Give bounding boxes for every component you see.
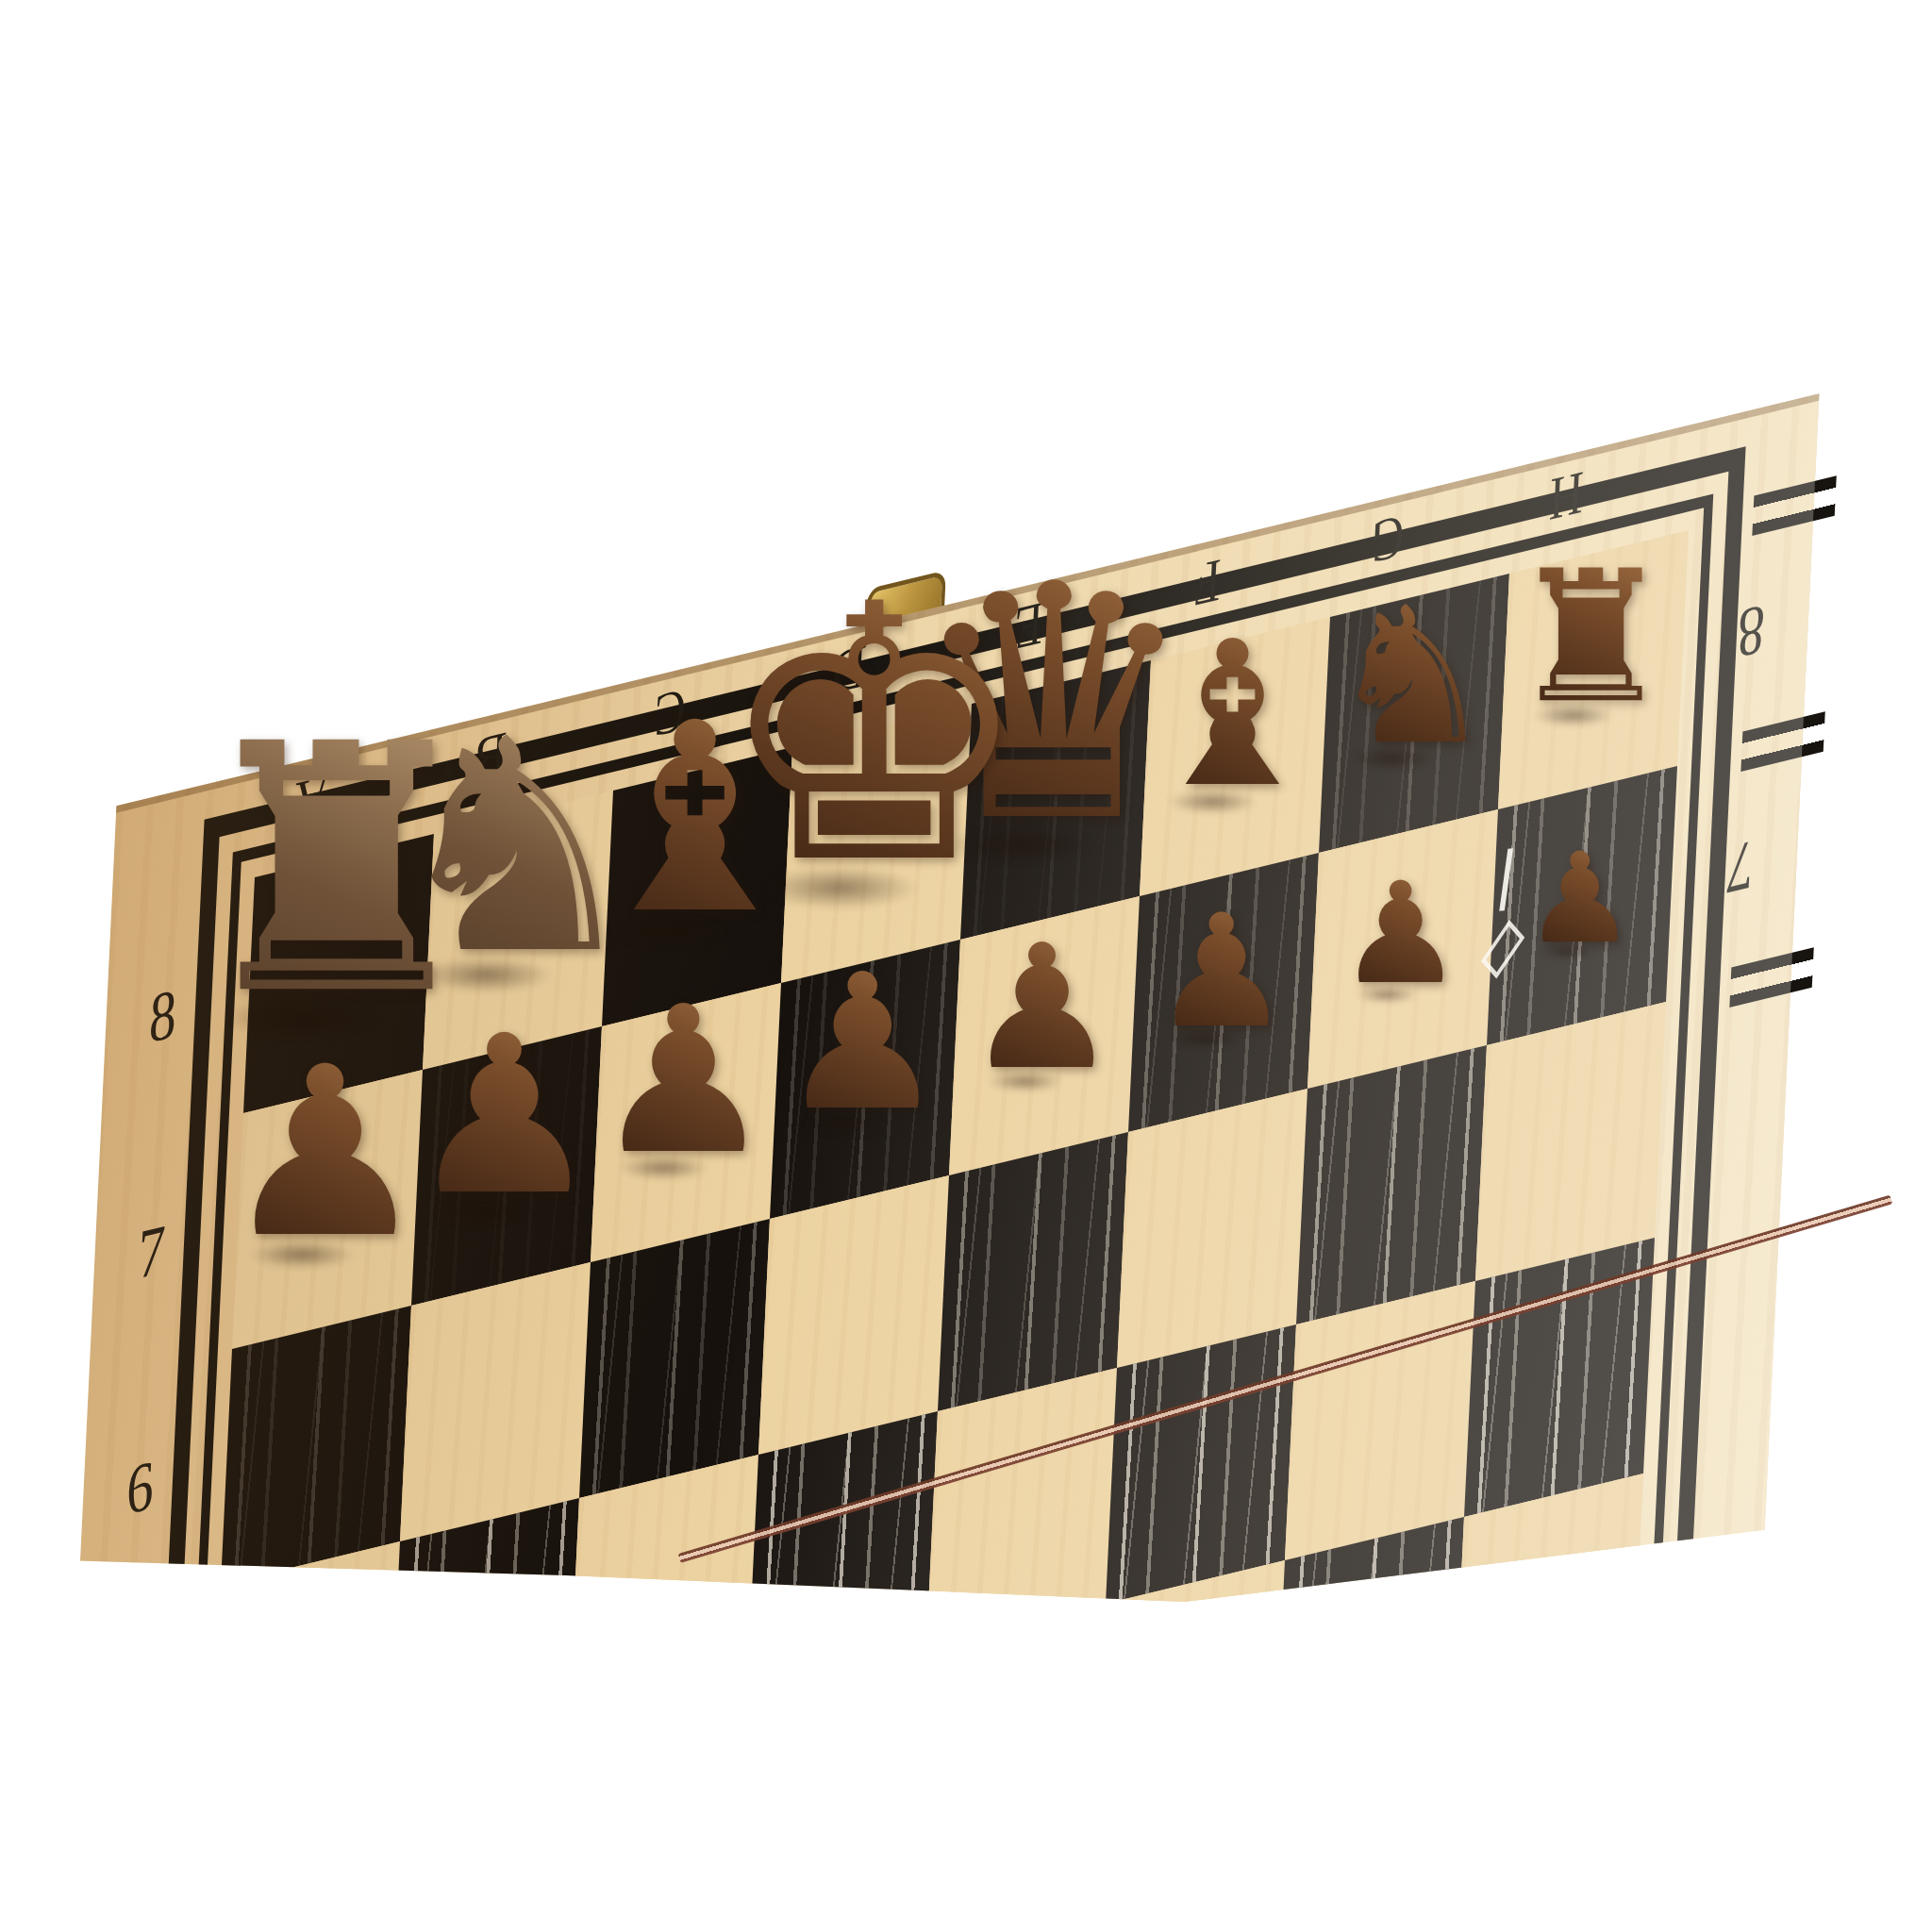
square-f4[interactable] bbox=[1094, 1560, 1285, 1840]
piece-black-rook-h8[interactable]: ♜ bbox=[1509, 546, 1673, 728]
piece-black-pawn-h7[interactable]: ♟ bbox=[1524, 836, 1635, 960]
piece-black-pawn-c7[interactable]: ♟ bbox=[592, 979, 774, 1182]
square-b4[interactable] bbox=[377, 1734, 568, 1932]
square-e4[interactable] bbox=[915, 1604, 1106, 1883]
pieces-layer: ♜♞♝♚♛♝♞♜♟♟♟♟♟♟♟♟ bbox=[0, 0, 1932, 1932]
piece-black-pawn-d7[interactable]: ♟ bbox=[779, 950, 947, 1138]
photo-canvas: ABCDEFGH87687 ♜♞♝♚♛♝♞♜♟♟♟♟♟♟♟♟ bbox=[0, 0, 1932, 1932]
piece-black-pawn-b7[interactable]: ♟ bbox=[407, 1008, 603, 1226]
piece-black-pawn-f7[interactable]: ♟ bbox=[1151, 893, 1291, 1049]
piece-black-pawn-a7[interactable]: ♟ bbox=[220, 1036, 430, 1271]
square-a5[interactable] bbox=[209, 1541, 400, 1821]
board-cutout: ABCDEFGH87687 ♜♞♝♚♛♝♞♜♟♟♟♟♟♟♟♟ bbox=[0, 0, 1932, 1932]
piece-black-pawn-g7[interactable]: ♟ bbox=[1338, 864, 1463, 1005]
square-d4[interactable] bbox=[736, 1647, 926, 1926]
piece-black-pawn-e7[interactable]: ♟ bbox=[965, 922, 1119, 1093]
square-c4[interactable] bbox=[557, 1690, 747, 1932]
square-a4[interactable] bbox=[198, 1777, 389, 1932]
piece-black-knight-g8[interactable]: ♞ bbox=[1327, 583, 1496, 772]
